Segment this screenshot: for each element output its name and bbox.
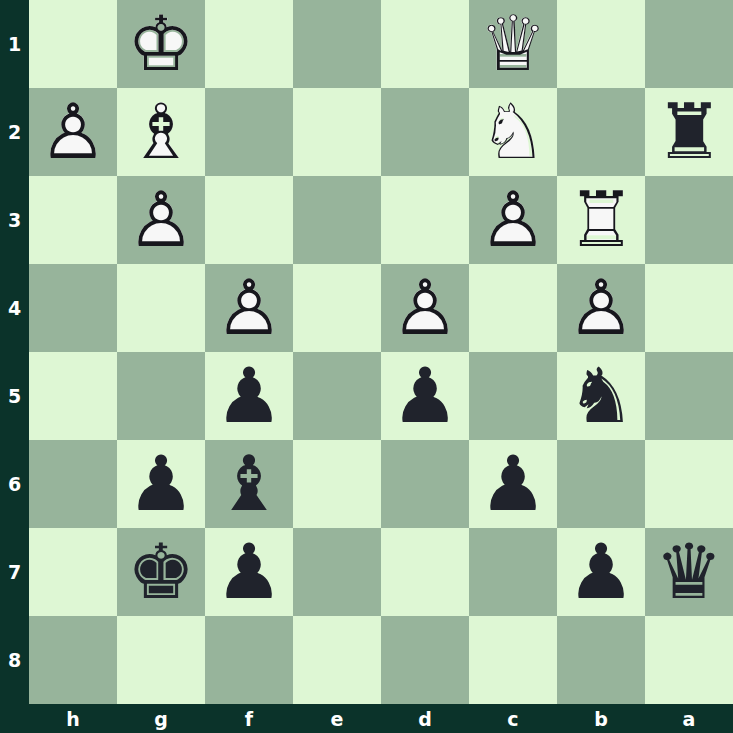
piece-glyph-outline: ♗: [117, 88, 205, 176]
black-pawn-d5[interactable]: ♟: [381, 352, 469, 440]
square-h2[interactable]: ♟♙: [29, 88, 117, 176]
rank-label-8: 8: [0, 616, 29, 704]
white-pawn-f4[interactable]: ♟♙: [205, 264, 293, 352]
square-d4[interactable]: ♟♙: [381, 264, 469, 352]
black-pawn-b7[interactable]: ♟: [557, 528, 645, 616]
piece-glyph-outline: ♙: [29, 88, 117, 176]
square-c6[interactable]: ♟: [469, 440, 557, 528]
square-g7[interactable]: ♚: [117, 528, 205, 616]
white-pawn-b4[interactable]: ♟♙: [557, 264, 645, 352]
square-a8[interactable]: [645, 616, 733, 704]
square-f6[interactable]: ♝: [205, 440, 293, 528]
square-f3[interactable]: [205, 176, 293, 264]
file-label-h: h: [29, 704, 117, 733]
piece-glyph-outline: ♖: [557, 176, 645, 264]
white-king-g1[interactable]: ♚♔: [117, 0, 205, 88]
square-f1[interactable]: [205, 0, 293, 88]
square-f5[interactable]: ♟: [205, 352, 293, 440]
square-b4[interactable]: ♟♙: [557, 264, 645, 352]
square-g2[interactable]: ♝♗: [117, 88, 205, 176]
black-pawn-c6[interactable]: ♟: [469, 440, 557, 528]
square-h3[interactable]: [29, 176, 117, 264]
white-bishop-g2[interactable]: ♝♗: [117, 88, 205, 176]
black-pawn-f7[interactable]: ♟: [205, 528, 293, 616]
piece-glyph-outline: ♙: [381, 264, 469, 352]
square-a1[interactable]: [645, 0, 733, 88]
square-e7[interactable]: [293, 528, 381, 616]
square-d2[interactable]: [381, 88, 469, 176]
square-g4[interactable]: [117, 264, 205, 352]
square-d8[interactable]: [381, 616, 469, 704]
file-label-e: e: [293, 704, 381, 733]
square-c1[interactable]: ♛♕: [469, 0, 557, 88]
white-pawn-h2[interactable]: ♟♙: [29, 88, 117, 176]
rank-label-3: 3: [0, 176, 29, 264]
rank-label-4: 4: [0, 264, 29, 352]
piece-glyph-fill: ♛: [645, 528, 733, 616]
square-b6[interactable]: [557, 440, 645, 528]
square-b5[interactable]: ♞: [557, 352, 645, 440]
square-a6[interactable]: [645, 440, 733, 528]
piece-glyph-fill: ♟: [557, 528, 645, 616]
white-knight-c2[interactable]: ♞♘: [469, 88, 557, 176]
rank-label-6: 6: [0, 440, 29, 528]
square-h8[interactable]: [29, 616, 117, 704]
square-c7[interactable]: [469, 528, 557, 616]
square-e5[interactable]: [293, 352, 381, 440]
square-e8[interactable]: [293, 616, 381, 704]
square-e6[interactable]: [293, 440, 381, 528]
square-h4[interactable]: [29, 264, 117, 352]
piece-glyph-outline: ♘: [469, 88, 557, 176]
white-pawn-c3[interactable]: ♟♙: [469, 176, 557, 264]
square-g8[interactable]: [117, 616, 205, 704]
piece-glyph-fill: ♟: [205, 528, 293, 616]
piece-glyph-fill: ♟: [205, 352, 293, 440]
square-d3[interactable]: [381, 176, 469, 264]
piece-glyph-outline: ♙: [557, 264, 645, 352]
square-d1[interactable]: [381, 0, 469, 88]
piece-glyph-outline: ♙: [469, 176, 557, 264]
rank-label-5: 5: [0, 352, 29, 440]
square-f4[interactable]: ♟♙: [205, 264, 293, 352]
file-label-b: b: [557, 704, 645, 733]
square-e1[interactable]: [293, 0, 381, 88]
square-b1[interactable]: [557, 0, 645, 88]
black-queen-a7[interactable]: ♛: [645, 528, 733, 616]
square-e4[interactable]: [293, 264, 381, 352]
square-h7[interactable]: [29, 528, 117, 616]
square-d7[interactable]: [381, 528, 469, 616]
piece-glyph-fill: ♞: [557, 352, 645, 440]
white-rook-b3[interactable]: ♜♖: [557, 176, 645, 264]
piece-glyph-fill: ♟: [381, 352, 469, 440]
square-c3[interactable]: ♟♙: [469, 176, 557, 264]
square-d5[interactable]: ♟: [381, 352, 469, 440]
file-label-g: g: [117, 704, 205, 733]
piece-glyph-fill: ♚: [117, 528, 205, 616]
black-bishop-f6[interactable]: ♝: [205, 440, 293, 528]
black-knight-b5[interactable]: ♞: [557, 352, 645, 440]
square-d6[interactable]: [381, 440, 469, 528]
square-f8[interactable]: [205, 616, 293, 704]
piece-glyph-outline: ♙: [117, 176, 205, 264]
square-b2[interactable]: [557, 88, 645, 176]
black-pawn-f5[interactable]: ♟: [205, 352, 293, 440]
square-a7[interactable]: ♛: [645, 528, 733, 616]
piece-glyph-fill: ♟: [117, 440, 205, 528]
square-e2[interactable]: [293, 88, 381, 176]
chess-board: 1♚♔♛♕2♟♙♝♗♞♘♜3♟♙♟♙♜♖4♟♙♟♙♟♙5♟♟♞6♟♝♟7♚♟♟♛…: [0, 0, 733, 733]
white-queen-c1[interactable]: ♛♕: [469, 0, 557, 88]
square-g5[interactable]: [117, 352, 205, 440]
square-b8[interactable]: [557, 616, 645, 704]
square-h5[interactable]: [29, 352, 117, 440]
black-pawn-g6[interactable]: ♟: [117, 440, 205, 528]
rank-label-2: 2: [0, 88, 29, 176]
square-h6[interactable]: [29, 440, 117, 528]
square-g1[interactable]: ♚♔: [117, 0, 205, 88]
square-f2[interactable]: [205, 88, 293, 176]
rank-label-1: 1: [0, 0, 29, 88]
corner-cell: [0, 704, 29, 733]
file-label-f: f: [205, 704, 293, 733]
square-c2[interactable]: ♞♘: [469, 88, 557, 176]
piece-glyph-outline: ♕: [469, 0, 557, 88]
square-a4[interactable]: [645, 264, 733, 352]
file-label-c: c: [469, 704, 557, 733]
square-a3[interactable]: [645, 176, 733, 264]
square-a5[interactable]: [645, 352, 733, 440]
square-a2[interactable]: ♜: [645, 88, 733, 176]
piece-glyph-fill: ♝: [205, 440, 293, 528]
square-h1[interactable]: [29, 0, 117, 88]
piece-glyph-outline: ♔: [117, 0, 205, 88]
white-pawn-g3[interactable]: ♟♙: [117, 176, 205, 264]
file-label-d: d: [381, 704, 469, 733]
black-rook-a2[interactable]: ♜: [645, 88, 733, 176]
file-label-a: a: [645, 704, 733, 733]
rank-label-7: 7: [0, 528, 29, 616]
square-g6[interactable]: ♟: [117, 440, 205, 528]
square-f7[interactable]: ♟: [205, 528, 293, 616]
square-b3[interactable]: ♜♖: [557, 176, 645, 264]
square-c4[interactable]: [469, 264, 557, 352]
piece-glyph-outline: ♙: [205, 264, 293, 352]
square-e3[interactable]: [293, 176, 381, 264]
square-b7[interactable]: ♟: [557, 528, 645, 616]
black-king-g7[interactable]: ♚: [117, 528, 205, 616]
piece-glyph-fill: ♜: [645, 88, 733, 176]
square-g3[interactable]: ♟♙: [117, 176, 205, 264]
white-pawn-d4[interactable]: ♟♙: [381, 264, 469, 352]
piece-glyph-fill: ♟: [469, 440, 557, 528]
square-c5[interactable]: [469, 352, 557, 440]
square-c8[interactable]: [469, 616, 557, 704]
